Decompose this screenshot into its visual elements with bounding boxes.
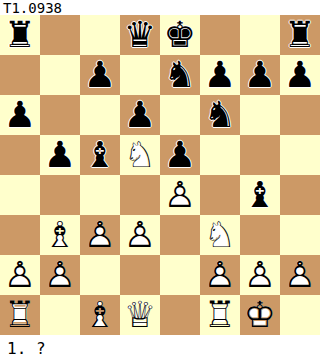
white-pawn-icon: ♙ bbox=[44, 255, 76, 295]
square-e6[interactable] bbox=[160, 95, 200, 135]
black-pawn-icon: ♟ bbox=[204, 55, 236, 95]
square-c7[interactable]: ♟ bbox=[80, 55, 120, 95]
square-a8[interactable]: ♜ bbox=[0, 15, 40, 55]
black-king-icon: ♚ bbox=[164, 15, 196, 55]
black-bishop-icon: ♝ bbox=[244, 175, 276, 215]
black-knight-icon: ♞ bbox=[204, 95, 236, 135]
chess-board: ♜♛♚♜♟♞♟♟♟♟♟♞♟♝♘♟♙♝♗♙♙♘♙♙♙♙♙♖♗♕♖♔ bbox=[0, 15, 320, 335]
square-b6[interactable] bbox=[40, 95, 80, 135]
black-pawn-icon: ♟ bbox=[124, 95, 156, 135]
square-g2[interactable]: ♙ bbox=[240, 255, 280, 295]
square-b8[interactable] bbox=[40, 15, 80, 55]
square-b5[interactable]: ♟ bbox=[40, 135, 80, 175]
square-h4[interactable] bbox=[280, 175, 320, 215]
square-h8[interactable]: ♜ bbox=[280, 15, 320, 55]
square-b7[interactable] bbox=[40, 55, 80, 95]
white-pawn-icon: ♙ bbox=[84, 215, 116, 255]
white-pawn-icon: ♙ bbox=[204, 255, 236, 295]
white-bishop-icon: ♗ bbox=[84, 295, 116, 335]
square-d3[interactable]: ♙ bbox=[120, 215, 160, 255]
square-b4[interactable] bbox=[40, 175, 80, 215]
black-pawn-icon: ♟ bbox=[84, 55, 116, 95]
square-c1[interactable]: ♗ bbox=[80, 295, 120, 335]
black-rook-icon: ♜ bbox=[284, 15, 316, 55]
square-f7[interactable]: ♟ bbox=[200, 55, 240, 95]
white-pawn-icon: ♙ bbox=[284, 255, 316, 295]
square-a4[interactable] bbox=[0, 175, 40, 215]
puzzle-id-label: T1.0938 bbox=[0, 0, 320, 15]
square-c3[interactable]: ♙ bbox=[80, 215, 120, 255]
square-e1[interactable] bbox=[160, 295, 200, 335]
black-pawn-icon: ♟ bbox=[244, 55, 276, 95]
square-b3[interactable]: ♗ bbox=[40, 215, 80, 255]
square-e4[interactable]: ♙ bbox=[160, 175, 200, 215]
square-h7[interactable]: ♟ bbox=[280, 55, 320, 95]
white-queen-icon: ♕ bbox=[124, 295, 156, 335]
square-d6[interactable]: ♟ bbox=[120, 95, 160, 135]
square-c5[interactable]: ♝ bbox=[80, 135, 120, 175]
square-a3[interactable] bbox=[0, 215, 40, 255]
white-knight-icon: ♘ bbox=[124, 135, 156, 175]
black-pawn-icon: ♟ bbox=[164, 135, 196, 175]
square-f6[interactable]: ♞ bbox=[200, 95, 240, 135]
square-g1[interactable]: ♔ bbox=[240, 295, 280, 335]
square-f3[interactable]: ♘ bbox=[200, 215, 240, 255]
square-b2[interactable]: ♙ bbox=[40, 255, 80, 295]
square-g8[interactable] bbox=[240, 15, 280, 55]
square-g6[interactable] bbox=[240, 95, 280, 135]
square-e8[interactable]: ♚ bbox=[160, 15, 200, 55]
white-rook-icon: ♖ bbox=[4, 295, 36, 335]
square-h6[interactable] bbox=[280, 95, 320, 135]
square-f4[interactable] bbox=[200, 175, 240, 215]
square-d5[interactable]: ♘ bbox=[120, 135, 160, 175]
square-d4[interactable] bbox=[120, 175, 160, 215]
square-d1[interactable]: ♕ bbox=[120, 295, 160, 335]
square-a5[interactable] bbox=[0, 135, 40, 175]
white-king-icon: ♔ bbox=[244, 295, 276, 335]
square-g4[interactable]: ♝ bbox=[240, 175, 280, 215]
black-pawn-icon: ♟ bbox=[284, 55, 316, 95]
black-bishop-icon: ♝ bbox=[84, 135, 116, 175]
white-pawn-icon: ♙ bbox=[124, 215, 156, 255]
white-rook-icon: ♖ bbox=[204, 295, 236, 335]
square-e3[interactable] bbox=[160, 215, 200, 255]
square-c8[interactable] bbox=[80, 15, 120, 55]
black-pawn-icon: ♟ bbox=[44, 135, 76, 175]
chess-puzzle-page: T1.0938 ♜♛♚♜♟♞♟♟♟♟♟♞♟♝♘♟♙♝♗♙♙♘♙♙♙♙♙♖♗♕♖♔… bbox=[0, 0, 320, 360]
square-f2[interactable]: ♙ bbox=[200, 255, 240, 295]
square-h5[interactable] bbox=[280, 135, 320, 175]
square-e2[interactable] bbox=[160, 255, 200, 295]
black-queen-icon: ♛ bbox=[124, 15, 156, 55]
white-knight-icon: ♘ bbox=[204, 215, 236, 255]
square-a7[interactable] bbox=[0, 55, 40, 95]
square-c2[interactable] bbox=[80, 255, 120, 295]
square-a1[interactable]: ♖ bbox=[0, 295, 40, 335]
square-c4[interactable] bbox=[80, 175, 120, 215]
square-e7[interactable]: ♞ bbox=[160, 55, 200, 95]
white-bishop-icon: ♗ bbox=[44, 215, 76, 255]
square-g3[interactable] bbox=[240, 215, 280, 255]
square-d8[interactable]: ♛ bbox=[120, 15, 160, 55]
square-g7[interactable]: ♟ bbox=[240, 55, 280, 95]
move-prompt: 1. ? bbox=[0, 335, 320, 360]
white-pawn-icon: ♙ bbox=[164, 175, 196, 215]
square-a2[interactable]: ♙ bbox=[0, 255, 40, 295]
square-f1[interactable]: ♖ bbox=[200, 295, 240, 335]
square-h2[interactable]: ♙ bbox=[280, 255, 320, 295]
square-g5[interactable] bbox=[240, 135, 280, 175]
square-f8[interactable] bbox=[200, 15, 240, 55]
square-f5[interactable] bbox=[200, 135, 240, 175]
black-rook-icon: ♜ bbox=[4, 15, 36, 55]
square-h3[interactable] bbox=[280, 215, 320, 255]
white-pawn-icon: ♙ bbox=[244, 255, 276, 295]
square-c6[interactable] bbox=[80, 95, 120, 135]
black-pawn-icon: ♟ bbox=[4, 95, 36, 135]
square-a6[interactable]: ♟ bbox=[0, 95, 40, 135]
square-e5[interactable]: ♟ bbox=[160, 135, 200, 175]
square-b1[interactable] bbox=[40, 295, 80, 335]
black-knight-icon: ♞ bbox=[164, 55, 196, 95]
square-h1[interactable] bbox=[280, 295, 320, 335]
square-d2[interactable] bbox=[120, 255, 160, 295]
white-pawn-icon: ♙ bbox=[4, 255, 36, 295]
square-d7[interactable] bbox=[120, 55, 160, 95]
